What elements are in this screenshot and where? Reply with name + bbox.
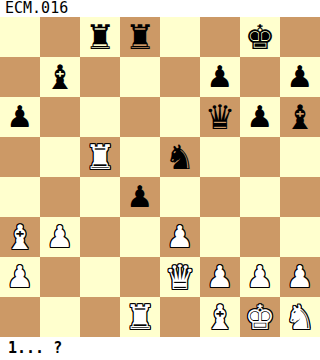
square-c3[interactable] [80,217,120,257]
square-f2[interactable]: ♟ [200,257,240,297]
piece-black-pawn[interactable]: ♟ [247,97,274,137]
piece-black-queen[interactable]: ♛ [205,97,235,137]
square-f5[interactable] [200,137,240,177]
square-b1[interactable] [40,297,80,337]
piece-white-pawn[interactable]: ♟ [247,257,274,297]
square-e3[interactable]: ♟ [160,217,200,257]
piece-white-pawn[interactable]: ♟ [47,217,74,257]
square-f1[interactable]: ♝ [200,297,240,337]
square-h6[interactable]: ♝ [280,97,320,137]
square-b3[interactable]: ♟ [40,217,80,257]
square-c2[interactable] [80,257,120,297]
square-f7[interactable]: ♟ [200,57,240,97]
square-b2[interactable] [40,257,80,297]
piece-white-rook[interactable]: ♜ [125,297,155,337]
square-d3[interactable] [120,217,160,257]
square-a1[interactable] [0,297,40,337]
piece-white-king[interactable]: ♚ [245,297,275,337]
piece-black-knight[interactable]: ♞ [165,137,195,177]
square-b6[interactable] [40,97,80,137]
square-g8[interactable]: ♚ [240,17,280,57]
square-g7[interactable] [240,57,280,97]
piece-white-queen[interactable]: ♛ [165,257,195,297]
puzzle-title: ECM.016 [0,0,320,17]
square-e8[interactable] [160,17,200,57]
square-e6[interactable] [160,97,200,137]
square-c7[interactable] [80,57,120,97]
square-a5[interactable] [0,137,40,177]
square-g4[interactable] [240,177,280,217]
piece-white-pawn[interactable]: ♟ [287,257,314,297]
piece-white-knight[interactable]: ♞ [285,297,315,337]
square-d7[interactable] [120,57,160,97]
square-e5[interactable]: ♞ [160,137,200,177]
square-e4[interactable] [160,177,200,217]
square-g2[interactable]: ♟ [240,257,280,297]
square-f4[interactable] [200,177,240,217]
piece-black-bishop[interactable]: ♝ [285,97,315,137]
piece-black-king[interactable]: ♚ [245,17,275,57]
square-h1[interactable]: ♞ [280,297,320,337]
square-g3[interactable] [240,217,280,257]
chess-board: ♜♜♚♝♟♟♟♛♟♝♜♞♟♝♟♟♟♛♟♟♟♜♝♚♞ [0,17,320,337]
square-c5[interactable]: ♜ [80,137,120,177]
square-f6[interactable]: ♛ [200,97,240,137]
square-h4[interactable] [280,177,320,217]
square-a8[interactable] [0,17,40,57]
piece-white-bishop[interactable]: ♝ [205,297,235,337]
piece-white-bishop[interactable]: ♝ [5,217,35,257]
square-h3[interactable] [280,217,320,257]
square-d5[interactable] [120,137,160,177]
move-prompt: 1... ? [0,337,320,360]
square-c6[interactable] [80,97,120,137]
square-h7[interactable]: ♟ [280,57,320,97]
piece-white-pawn[interactable]: ♟ [167,217,194,257]
square-d1[interactable]: ♜ [120,297,160,337]
square-c4[interactable] [80,177,120,217]
square-b7[interactable]: ♝ [40,57,80,97]
square-c1[interactable] [80,297,120,337]
chess-puzzle-window: ECM.016 ♜♜♚♝♟♟♟♛♟♝♜♞♟♝♟♟♟♛♟♟♟♜♝♚♞ 1... ? [0,0,320,360]
square-g6[interactable]: ♟ [240,97,280,137]
square-b8[interactable] [40,17,80,57]
square-f8[interactable] [200,17,240,57]
square-d6[interactable] [120,97,160,137]
piece-black-pawn[interactable]: ♟ [127,177,154,217]
piece-black-pawn[interactable]: ♟ [207,57,234,97]
square-h5[interactable] [280,137,320,177]
square-d8[interactable]: ♜ [120,17,160,57]
square-h2[interactable]: ♟ [280,257,320,297]
square-g1[interactable]: ♚ [240,297,280,337]
square-b5[interactable] [40,137,80,177]
piece-black-rook[interactable]: ♜ [85,17,115,57]
square-d2[interactable] [120,257,160,297]
piece-black-bishop[interactable]: ♝ [45,57,75,97]
square-a3[interactable]: ♝ [0,217,40,257]
piece-white-rook[interactable]: ♜ [85,137,115,177]
square-d4[interactable]: ♟ [120,177,160,217]
piece-black-pawn[interactable]: ♟ [287,57,314,97]
piece-white-pawn[interactable]: ♟ [7,257,34,297]
square-a7[interactable] [0,57,40,97]
square-c8[interactable]: ♜ [80,17,120,57]
square-e2[interactable]: ♛ [160,257,200,297]
piece-black-pawn[interactable]: ♟ [7,97,34,137]
square-e1[interactable] [160,297,200,337]
square-f3[interactable] [200,217,240,257]
square-a4[interactable] [0,177,40,217]
square-g5[interactable] [240,137,280,177]
square-a2[interactable]: ♟ [0,257,40,297]
square-e7[interactable] [160,57,200,97]
piece-white-pawn[interactable]: ♟ [207,257,234,297]
square-b4[interactable] [40,177,80,217]
square-a6[interactable]: ♟ [0,97,40,137]
piece-black-rook[interactable]: ♜ [125,17,155,57]
square-h8[interactable] [280,17,320,57]
